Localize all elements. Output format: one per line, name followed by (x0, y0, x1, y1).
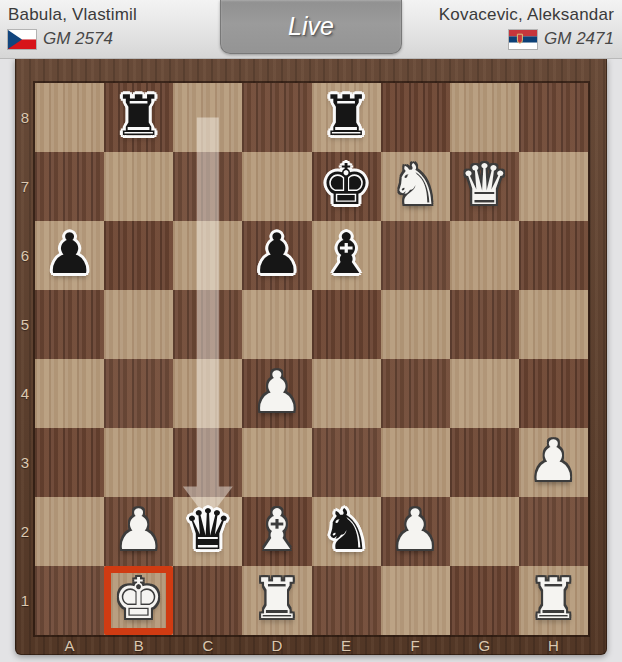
square-e2: ♞ (312, 497, 381, 566)
square-g7: ♛ (450, 152, 519, 221)
piece-white-king: ♚ (104, 566, 173, 635)
square-b4 (104, 359, 173, 428)
piece-white-pawn: ♟ (381, 497, 450, 566)
piece-white-pawn: ♟ (104, 497, 173, 566)
square-a3 (35, 428, 104, 497)
czech-flag-icon (8, 30, 36, 49)
rank-label-1: 1 (15, 592, 35, 610)
rank-label-7: 7 (15, 178, 35, 196)
square-h7 (519, 152, 588, 221)
file-label-a: A (58, 635, 82, 655)
serbian-flag-icon (509, 30, 537, 49)
square-e4 (312, 359, 381, 428)
square-b5 (104, 290, 173, 359)
square-e3 (312, 428, 381, 497)
square-c1 (173, 566, 242, 635)
square-g3 (450, 428, 519, 497)
player-info-bar: Babula, Vlastimil GM 2574 Live Kovacevic… (0, 0, 622, 59)
square-b6 (104, 221, 173, 290)
rank-label-2: 2 (15, 523, 35, 541)
square-h3: ♟ (519, 428, 588, 497)
live-button[interactable]: Live (220, 0, 402, 54)
left-player-info: Babula, Vlastimil GM 2574 (8, 4, 137, 49)
square-g8 (450, 83, 519, 152)
square-f3 (381, 428, 450, 497)
square-g4 (450, 359, 519, 428)
file-label-d: D (265, 635, 289, 655)
file-label-f: F (403, 635, 427, 655)
file-label-c: C (196, 635, 220, 655)
live-button-label: Live (288, 12, 334, 41)
piece-white-knight: ♞ (381, 152, 450, 221)
square-f7: ♞ (381, 152, 450, 221)
rank-label-8: 8 (15, 109, 35, 127)
square-d6: ♟ (242, 221, 311, 290)
square-d8 (242, 83, 311, 152)
board-grid: ♜♜♚♞♛♟♟♝♟♟♟♛♝♞♟♚♜♜ (35, 83, 588, 635)
square-f6 (381, 221, 450, 290)
rank-label-4: 4 (15, 385, 35, 403)
piece-black-bishop: ♝ (312, 221, 381, 290)
piece-white-pawn: ♟ (242, 359, 311, 428)
piece-white-pawn: ♟ (519, 428, 588, 497)
piece-white-rook: ♜ (242, 566, 311, 635)
rank-label-5: 5 (15, 316, 35, 334)
square-a2 (35, 497, 104, 566)
piece-black-rook: ♜ (104, 83, 173, 152)
square-g1 (450, 566, 519, 635)
square-c7 (173, 152, 242, 221)
square-g5 (450, 290, 519, 359)
piece-black-king: ♚ (312, 152, 381, 221)
square-e8: ♜ (312, 83, 381, 152)
square-b7 (104, 152, 173, 221)
piece-white-bishop: ♝ (242, 497, 311, 566)
square-h1: ♜ (519, 566, 588, 635)
square-d4: ♟ (242, 359, 311, 428)
square-f2: ♟ (381, 497, 450, 566)
square-e7: ♚ (312, 152, 381, 221)
square-d5 (242, 290, 311, 359)
square-h4 (519, 359, 588, 428)
rank-label-6: 6 (15, 247, 35, 265)
square-a7 (35, 152, 104, 221)
square-c5 (173, 290, 242, 359)
square-a1 (35, 566, 104, 635)
square-h2 (519, 497, 588, 566)
file-label-g: G (472, 635, 496, 655)
square-a5 (35, 290, 104, 359)
piece-black-rook: ♜ (312, 83, 381, 152)
right-player-rating: GM 2471 (544, 29, 614, 49)
right-player-name: Kovacevic, Aleksandar (439, 4, 614, 26)
square-g6 (450, 221, 519, 290)
square-b1: ♚ (104, 566, 173, 635)
right-player-info: Kovacevic, Aleksandar GM 2471 (439, 4, 614, 49)
square-e1 (312, 566, 381, 635)
piece-white-queen: ♛ (450, 152, 519, 221)
square-f1 (381, 566, 450, 635)
piece-black-pawn: ♟ (35, 221, 104, 290)
chess-board: ♜♜♚♞♛♟♟♝♟♟♟♛♝♞♟♚♜♜ 87654321ABCDEFGH (35, 83, 588, 635)
square-h8 (519, 83, 588, 152)
square-b3 (104, 428, 173, 497)
square-c6 (173, 221, 242, 290)
square-h6 (519, 221, 588, 290)
file-label-e: E (334, 635, 358, 655)
file-label-h: H (541, 635, 565, 655)
square-c3 (173, 428, 242, 497)
square-e6: ♝ (312, 221, 381, 290)
file-label-b: B (127, 635, 151, 655)
square-a6: ♟ (35, 221, 104, 290)
square-f5 (381, 290, 450, 359)
square-h5 (519, 290, 588, 359)
square-d1: ♜ (242, 566, 311, 635)
square-b2: ♟ (104, 497, 173, 566)
square-d7 (242, 152, 311, 221)
square-c8 (173, 83, 242, 152)
square-a4 (35, 359, 104, 428)
piece-black-queen: ♛ (173, 497, 242, 566)
square-b8: ♜ (104, 83, 173, 152)
left-player-rating: GM 2574 (43, 29, 113, 49)
piece-black-knight: ♞ (312, 497, 381, 566)
square-f4 (381, 359, 450, 428)
piece-white-rook: ♜ (519, 566, 588, 635)
square-c2: ♛ (173, 497, 242, 566)
chess-board-frame: ♜♜♚♞♛♟♟♝♟♟♟♛♝♞♟♚♜♜ 87654321ABCDEFGH (15, 58, 607, 655)
left-player-name: Babula, Vlastimil (8, 4, 137, 26)
piece-black-pawn: ♟ (242, 221, 311, 290)
rank-label-3: 3 (15, 454, 35, 472)
square-a8 (35, 83, 104, 152)
square-e5 (312, 290, 381, 359)
square-d3 (242, 428, 311, 497)
square-g2 (450, 497, 519, 566)
square-f8 (381, 83, 450, 152)
square-c4 (173, 359, 242, 428)
square-d2: ♝ (242, 497, 311, 566)
